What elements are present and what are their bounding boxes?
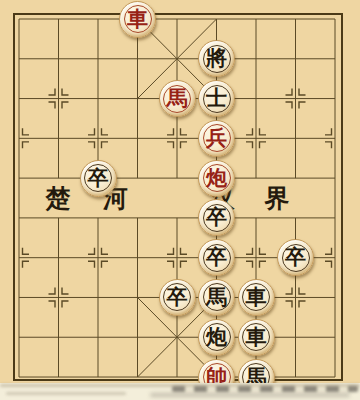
piece-black-soldier[interactable]: 卒: [159, 279, 196, 316]
piece-black-soldier[interactable]: 卒: [198, 199, 235, 236]
watermark-band: [0, 383, 360, 400]
piece-glyph: 炮: [206, 327, 227, 348]
watermark-smudge: [150, 393, 350, 397]
piece-black-chariot[interactable]: 車: [238, 319, 275, 356]
piece-glyph: 卒: [206, 207, 227, 228]
piece-red-cannon[interactable]: 炮: [198, 160, 235, 197]
piece-red-soldier[interactable]: 兵: [198, 120, 235, 157]
piece-glyph: 將: [206, 48, 227, 69]
pieces-layer: 車將馬士兵卒炮卒卒卒卒馬車炮車帥馬: [0, 0, 360, 400]
piece-black-chariot[interactable]: 車: [238, 279, 275, 316]
piece-glyph: 車: [246, 327, 267, 348]
xiangqi-board-app: 楚 河 汉 界 車將馬士兵卒炮卒卒卒卒馬車炮車帥馬: [0, 0, 360, 400]
piece-glyph: 士: [206, 88, 227, 109]
piece-glyph: 卒: [88, 168, 109, 189]
piece-black-general[interactable]: 將: [198, 40, 235, 77]
piece-black-soldier[interactable]: 卒: [198, 239, 235, 276]
piece-black-advisor[interactable]: 士: [198, 80, 235, 117]
piece-glyph: 兵: [206, 128, 227, 149]
piece-glyph: 車: [246, 287, 267, 308]
piece-glyph: 卒: [285, 247, 306, 268]
piece-glyph: 卒: [167, 287, 188, 308]
piece-glyph: 卒: [206, 247, 227, 268]
watermark-smudge: [6, 392, 126, 395]
watermark-smudge: [172, 386, 358, 392]
piece-black-cannon[interactable]: 炮: [198, 319, 235, 356]
piece-glyph: 炮: [206, 168, 227, 189]
piece-red-chariot[interactable]: 車: [119, 1, 156, 38]
piece-black-horse[interactable]: 馬: [198, 279, 235, 316]
piece-glyph: 馬: [167, 88, 188, 109]
piece-red-horse[interactable]: 馬: [159, 80, 196, 117]
piece-black-soldier[interactable]: 卒: [80, 160, 117, 197]
piece-glyph: 車: [127, 9, 148, 30]
piece-black-soldier[interactable]: 卒: [277, 239, 314, 276]
piece-glyph: 馬: [206, 287, 227, 308]
